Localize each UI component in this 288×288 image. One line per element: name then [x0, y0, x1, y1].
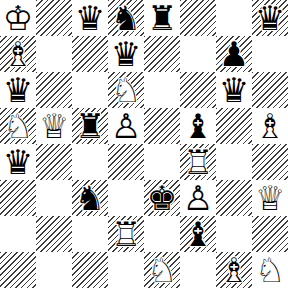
black-queen-glyph: ♛	[216, 72, 252, 108]
white-bishop-glyph: ♗	[252, 108, 288, 144]
square-f5[interactable]: ♝♝	[180, 108, 216, 144]
white-king-glyph: ♔	[0, 0, 36, 36]
square-a1[interactable]	[0, 252, 36, 288]
piece-white-rook[interactable]: ♜♖	[180, 144, 216, 180]
white-rook-glyph: ♖	[108, 216, 144, 252]
white-bishop-glyph: ♗	[216, 252, 252, 288]
piece-white-knight[interactable]: ♞♘	[144, 252, 180, 288]
white-queen-glyph: ♕	[36, 108, 72, 144]
piece-white-knight[interactable]: ♞♘	[0, 108, 36, 144]
square-e5[interactable]	[144, 108, 180, 144]
square-b4[interactable]	[36, 144, 72, 180]
piece-black-rook[interactable]: ♜♜	[72, 108, 108, 144]
square-g1[interactable]: ♝♗	[216, 252, 252, 288]
piece-white-bishop[interactable]: ♝♗	[216, 252, 252, 288]
black-queen-glyph: ♛	[0, 144, 36, 180]
white-rook-glyph: ♖	[180, 144, 216, 180]
square-c4[interactable]	[72, 144, 108, 180]
square-d4[interactable]	[108, 144, 144, 180]
black-knight-glyph: ♞	[108, 0, 144, 36]
square-e3[interactable]: ♚♚	[144, 180, 180, 216]
piece-white-knight[interactable]: ♞♘	[108, 72, 144, 108]
square-h1[interactable]: ♞♘	[252, 252, 288, 288]
black-bishop-glyph: ♝	[180, 108, 216, 144]
piece-black-queen[interactable]: ♛♛	[252, 0, 288, 36]
white-knight-glyph: ♘	[144, 252, 180, 288]
black-rook-glyph: ♜	[144, 0, 180, 36]
square-c1[interactable]	[72, 252, 108, 288]
white-knight-glyph: ♘	[0, 108, 36, 144]
square-c7[interactable]	[72, 36, 108, 72]
piece-black-knight[interactable]: ♞♞	[108, 0, 144, 36]
square-a5[interactable]: ♞♘	[0, 108, 36, 144]
square-d2[interactable]: ♜♖	[108, 216, 144, 252]
white-bishop-glyph: ♗	[0, 36, 36, 72]
square-f8[interactable]	[180, 0, 216, 36]
square-b6[interactable]	[36, 72, 72, 108]
square-e4[interactable]	[144, 144, 180, 180]
piece-black-queen[interactable]: ♛♛	[72, 0, 108, 36]
black-king-glyph: ♚	[144, 180, 180, 216]
piece-white-king[interactable]: ♚♔	[0, 0, 36, 36]
square-b8[interactable]	[36, 0, 72, 36]
black-queen-glyph: ♛	[108, 36, 144, 72]
piece-white-bishop[interactable]: ♝♗	[0, 36, 36, 72]
piece-black-knight[interactable]: ♞♞	[72, 180, 108, 216]
square-e7[interactable]	[144, 36, 180, 72]
square-d1[interactable]	[108, 252, 144, 288]
square-e8[interactable]: ♜♜	[144, 0, 180, 36]
square-c2[interactable]	[72, 216, 108, 252]
black-queen-glyph: ♛	[72, 0, 108, 36]
square-h6[interactable]	[252, 72, 288, 108]
square-g8[interactable]	[216, 0, 252, 36]
piece-black-bishop[interactable]: ♝♝	[180, 216, 216, 252]
white-queen-glyph: ♕	[252, 180, 288, 216]
square-b5[interactable]: ♛♕	[36, 108, 72, 144]
square-g7[interactable]: ♟♟	[216, 36, 252, 72]
square-h7[interactable]	[252, 36, 288, 72]
square-g2[interactable]	[216, 216, 252, 252]
square-f7[interactable]	[180, 36, 216, 72]
square-b3[interactable]	[36, 180, 72, 216]
square-a2[interactable]	[0, 216, 36, 252]
square-a3[interactable]	[0, 180, 36, 216]
piece-black-queen[interactable]: ♛♛	[216, 72, 252, 108]
piece-black-bishop[interactable]: ♝♝	[180, 108, 216, 144]
square-c8[interactable]: ♛♛	[72, 0, 108, 36]
square-g4[interactable]	[216, 144, 252, 180]
square-c6[interactable]	[72, 72, 108, 108]
square-d8[interactable]: ♞♞	[108, 0, 144, 36]
piece-white-pawn[interactable]: ♟♙	[180, 180, 216, 216]
square-a6[interactable]: ♛♛	[0, 72, 36, 108]
square-e6[interactable]	[144, 72, 180, 108]
piece-white-queen[interactable]: ♛♕	[36, 108, 72, 144]
black-queen-glyph: ♛	[252, 0, 288, 36]
square-f4[interactable]: ♜♖	[180, 144, 216, 180]
piece-white-knight[interactable]: ♞♘	[252, 252, 288, 288]
piece-black-king[interactable]: ♚♚	[144, 180, 180, 216]
piece-white-queen[interactable]: ♛♕	[252, 180, 288, 216]
white-pawn-glyph: ♙	[180, 180, 216, 216]
square-f1[interactable]	[180, 252, 216, 288]
square-h2[interactable]	[252, 216, 288, 252]
black-knight-glyph: ♞	[72, 180, 108, 216]
square-a4[interactable]: ♛♛	[0, 144, 36, 180]
black-pawn-glyph: ♟	[216, 36, 252, 72]
square-h5[interactable]: ♝♗	[252, 108, 288, 144]
piece-white-pawn[interactable]: ♟♙	[108, 108, 144, 144]
square-b7[interactable]	[36, 36, 72, 72]
square-d7[interactable]: ♛♛	[108, 36, 144, 72]
square-f6[interactable]	[180, 72, 216, 108]
square-b2[interactable]	[36, 216, 72, 252]
white-knight-glyph: ♘	[108, 72, 144, 108]
square-d3[interactable]	[108, 180, 144, 216]
piece-black-queen[interactable]: ♛♛	[0, 144, 36, 180]
square-d6[interactable]: ♞♘	[108, 72, 144, 108]
square-d5[interactable]: ♟♙	[108, 108, 144, 144]
square-b1[interactable]	[36, 252, 72, 288]
black-rook-glyph: ♜	[72, 108, 108, 144]
piece-black-pawn[interactable]: ♟♟	[216, 36, 252, 72]
square-f2[interactable]: ♝♝	[180, 216, 216, 252]
square-h3[interactable]: ♛♕	[252, 180, 288, 216]
square-c5[interactable]: ♜♜	[72, 108, 108, 144]
square-g5[interactable]	[216, 108, 252, 144]
square-e2[interactable]	[144, 216, 180, 252]
square-f3[interactable]: ♟♙	[180, 180, 216, 216]
square-a7[interactable]: ♝♗	[0, 36, 36, 72]
piece-white-bishop[interactable]: ♝♗	[252, 108, 288, 144]
square-c3[interactable]: ♞♞	[72, 180, 108, 216]
piece-white-rook[interactable]: ♜♖	[108, 216, 144, 252]
chess-board: ♚♔♛♛♞♞♜♜♛♛♝♗♛♛♟♟♛♛♞♘♛♛♞♘♛♕♜♜♟♙♝♝♝♗♛♛♜♖♞♞…	[0, 0, 288, 288]
piece-black-queen[interactable]: ♛♛	[0, 72, 36, 108]
piece-black-rook[interactable]: ♜♜	[144, 0, 180, 36]
square-h4[interactable]	[252, 144, 288, 180]
black-bishop-glyph: ♝	[180, 216, 216, 252]
square-h8[interactable]: ♛♛	[252, 0, 288, 36]
square-g3[interactable]	[216, 180, 252, 216]
white-knight-glyph: ♘	[252, 252, 288, 288]
square-e1[interactable]: ♞♘	[144, 252, 180, 288]
white-pawn-glyph: ♙	[108, 108, 144, 144]
piece-black-queen[interactable]: ♛♛	[108, 36, 144, 72]
square-g6[interactable]: ♛♛	[216, 72, 252, 108]
square-a8[interactable]: ♚♔	[0, 0, 36, 36]
black-queen-glyph: ♛	[0, 72, 36, 108]
